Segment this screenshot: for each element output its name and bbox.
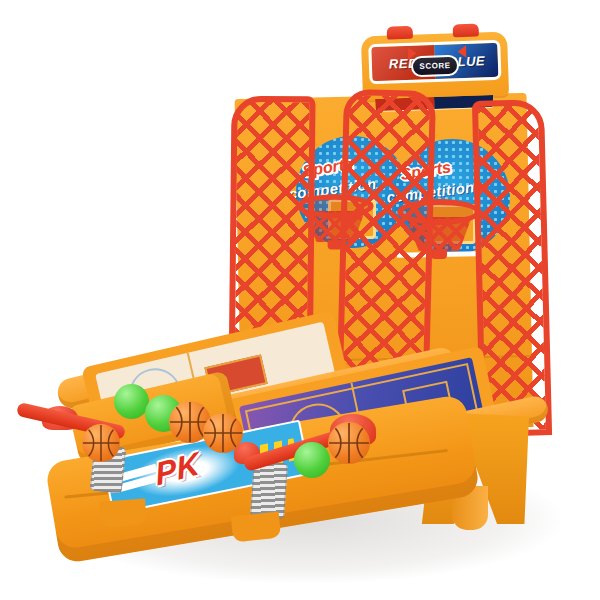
green-ball <box>294 442 330 478</box>
front-foot-left <box>99 498 147 527</box>
green-ball <box>114 384 149 419</box>
score-oval: SCORE <box>411 55 460 78</box>
toy-basketball-game-photo: Sports competition Sports competition RE… <box>0 0 600 600</box>
basket-right-mount <box>431 249 447 259</box>
blue-dial-knob <box>453 23 479 37</box>
red-dial-knob <box>387 26 413 40</box>
pk-title: PK <box>153 445 201 494</box>
basketball <box>203 413 243 453</box>
basketball <box>328 422 370 464</box>
front-foot-middle <box>231 512 281 543</box>
launcher-spring-right <box>250 461 288 519</box>
basketball <box>82 424 120 462</box>
